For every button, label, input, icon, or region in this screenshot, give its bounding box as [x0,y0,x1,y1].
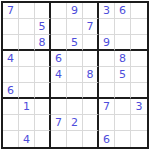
given-digit: 1 [23,101,30,112]
given-digit: 5 [119,69,126,80]
cell-r7c5[interactable] [67,99,83,115]
given-digit: 4 [55,69,62,80]
cell-r7c2[interactable]: 1 [19,99,35,115]
cell-r3c8[interactable] [115,35,131,51]
cell-r8c1[interactable] [3,115,19,131]
cell-r8c8[interactable] [115,115,131,131]
cell-r4c8[interactable]: 8 [115,51,131,67]
cell-r7c1[interactable] [3,99,19,115]
given-digit: 3 [103,5,110,16]
cell-r3c2[interactable] [19,35,35,51]
cell-r9c2[interactable]: 4 [19,131,35,147]
cell-r5c5[interactable] [67,67,83,83]
cell-r4c5[interactable] [67,51,83,67]
cell-r5c3[interactable] [35,67,51,83]
cell-r3c1[interactable] [3,35,19,51]
cell-r8c5[interactable]: 2 [67,115,83,131]
sudoku-board: 79365785946848561737246 [1,1,149,149]
given-digit: 9 [103,37,110,48]
cell-r8c2[interactable] [19,115,35,131]
given-digit: 4 [23,134,30,145]
cell-r7c3[interactable] [35,99,51,115]
given-digit: 9 [71,5,78,16]
cell-r8c7[interactable] [99,115,115,131]
cell-r8c4[interactable]: 7 [51,115,67,131]
cell-r1c3[interactable] [35,3,51,19]
given-digit: 7 [7,5,14,16]
cell-r6c9[interactable] [131,83,147,99]
cell-r4c1[interactable]: 4 [3,51,19,67]
cell-r5c4[interactable]: 4 [51,67,67,83]
cell-r6c1[interactable]: 6 [3,83,19,99]
cell-r8c3[interactable] [35,115,51,131]
cell-r4c9[interactable] [131,51,147,67]
cell-r5c9[interactable] [131,67,147,83]
given-digit: 6 [7,85,14,96]
cell-r2c8[interactable] [115,19,131,35]
cell-r9c8[interactable] [115,131,131,147]
cell-r2c5[interactable] [67,19,83,35]
cell-r2c2[interactable] [19,19,35,35]
given-digit: 6 [103,134,110,145]
cell-r6c8[interactable] [115,83,131,99]
cell-r9c7[interactable]: 6 [99,131,115,147]
cell-r6c4[interactable] [51,83,67,99]
cell-r1c8[interactable]: 6 [115,3,131,19]
cell-r5c8[interactable]: 5 [115,67,131,83]
cell-r9c3[interactable] [35,131,51,147]
cell-r2c7[interactable] [99,19,115,35]
given-digit: 6 [119,5,126,16]
cell-r7c9[interactable]: 3 [131,99,147,115]
cell-r1c1[interactable]: 7 [3,3,19,19]
cell-r3c6[interactable] [83,35,99,51]
cell-r5c7[interactable] [99,67,115,83]
given-digit: 8 [87,69,94,80]
cell-r9c5[interactable] [67,131,83,147]
cell-r6c3[interactable] [35,83,51,99]
cell-r3c9[interactable] [131,35,147,51]
cell-r9c1[interactable] [3,131,19,147]
cell-r7c8[interactable] [115,99,131,115]
cell-r2c9[interactable] [131,19,147,35]
cell-r2c4[interactable] [51,19,67,35]
cell-r8c6[interactable] [83,115,99,131]
cell-r3c4[interactable] [51,35,67,51]
cell-r5c2[interactable] [19,67,35,83]
given-digit: 4 [7,53,14,64]
cell-r2c6[interactable]: 7 [83,19,99,35]
cell-r3c5[interactable]: 5 [67,35,83,51]
cell-r7c4[interactable] [51,99,67,115]
cell-r4c6[interactable] [83,51,99,67]
given-digit: 2 [71,117,78,128]
cell-r1c7[interactable]: 3 [99,3,115,19]
given-digit: 3 [136,101,143,112]
given-digit: 7 [87,21,94,32]
cell-r7c7[interactable]: 7 [99,99,115,115]
given-digit: 8 [39,37,46,48]
cell-r7c6[interactable] [83,99,99,115]
given-digit: 6 [55,53,62,64]
cell-r4c4[interactable]: 6 [51,51,67,67]
cell-r2c1[interactable] [3,19,19,35]
given-digit: 5 [71,37,78,48]
cell-r1c5[interactable]: 9 [67,3,83,19]
cell-r6c6[interactable] [83,83,99,99]
cell-r9c9[interactable] [131,131,147,147]
cell-r2c3[interactable]: 5 [35,19,51,35]
given-digit: 8 [119,53,126,64]
cell-r8c9[interactable] [131,115,147,131]
cell-r1c6[interactable] [83,3,99,19]
cell-r6c2[interactable] [19,83,35,99]
cell-r3c7[interactable]: 9 [99,35,115,51]
cell-r1c4[interactable] [51,3,67,19]
given-digit: 5 [39,21,46,32]
cell-r9c4[interactable] [51,131,67,147]
cell-r6c7[interactable] [99,83,115,99]
cell-r3c3[interactable]: 8 [35,35,51,51]
given-digit: 7 [55,117,62,128]
cell-r6c5[interactable] [67,83,83,99]
given-digit: 7 [103,101,110,112]
cell-r4c2[interactable] [19,51,35,67]
cell-r4c3[interactable] [35,51,51,67]
cell-r5c1[interactable] [3,67,19,83]
cell-r1c9[interactable] [131,3,147,19]
cell-r4c7[interactable] [99,51,115,67]
cell-r9c6[interactable] [83,131,99,147]
cell-r5c6[interactable]: 8 [83,67,99,83]
cell-r1c2[interactable] [19,3,35,19]
